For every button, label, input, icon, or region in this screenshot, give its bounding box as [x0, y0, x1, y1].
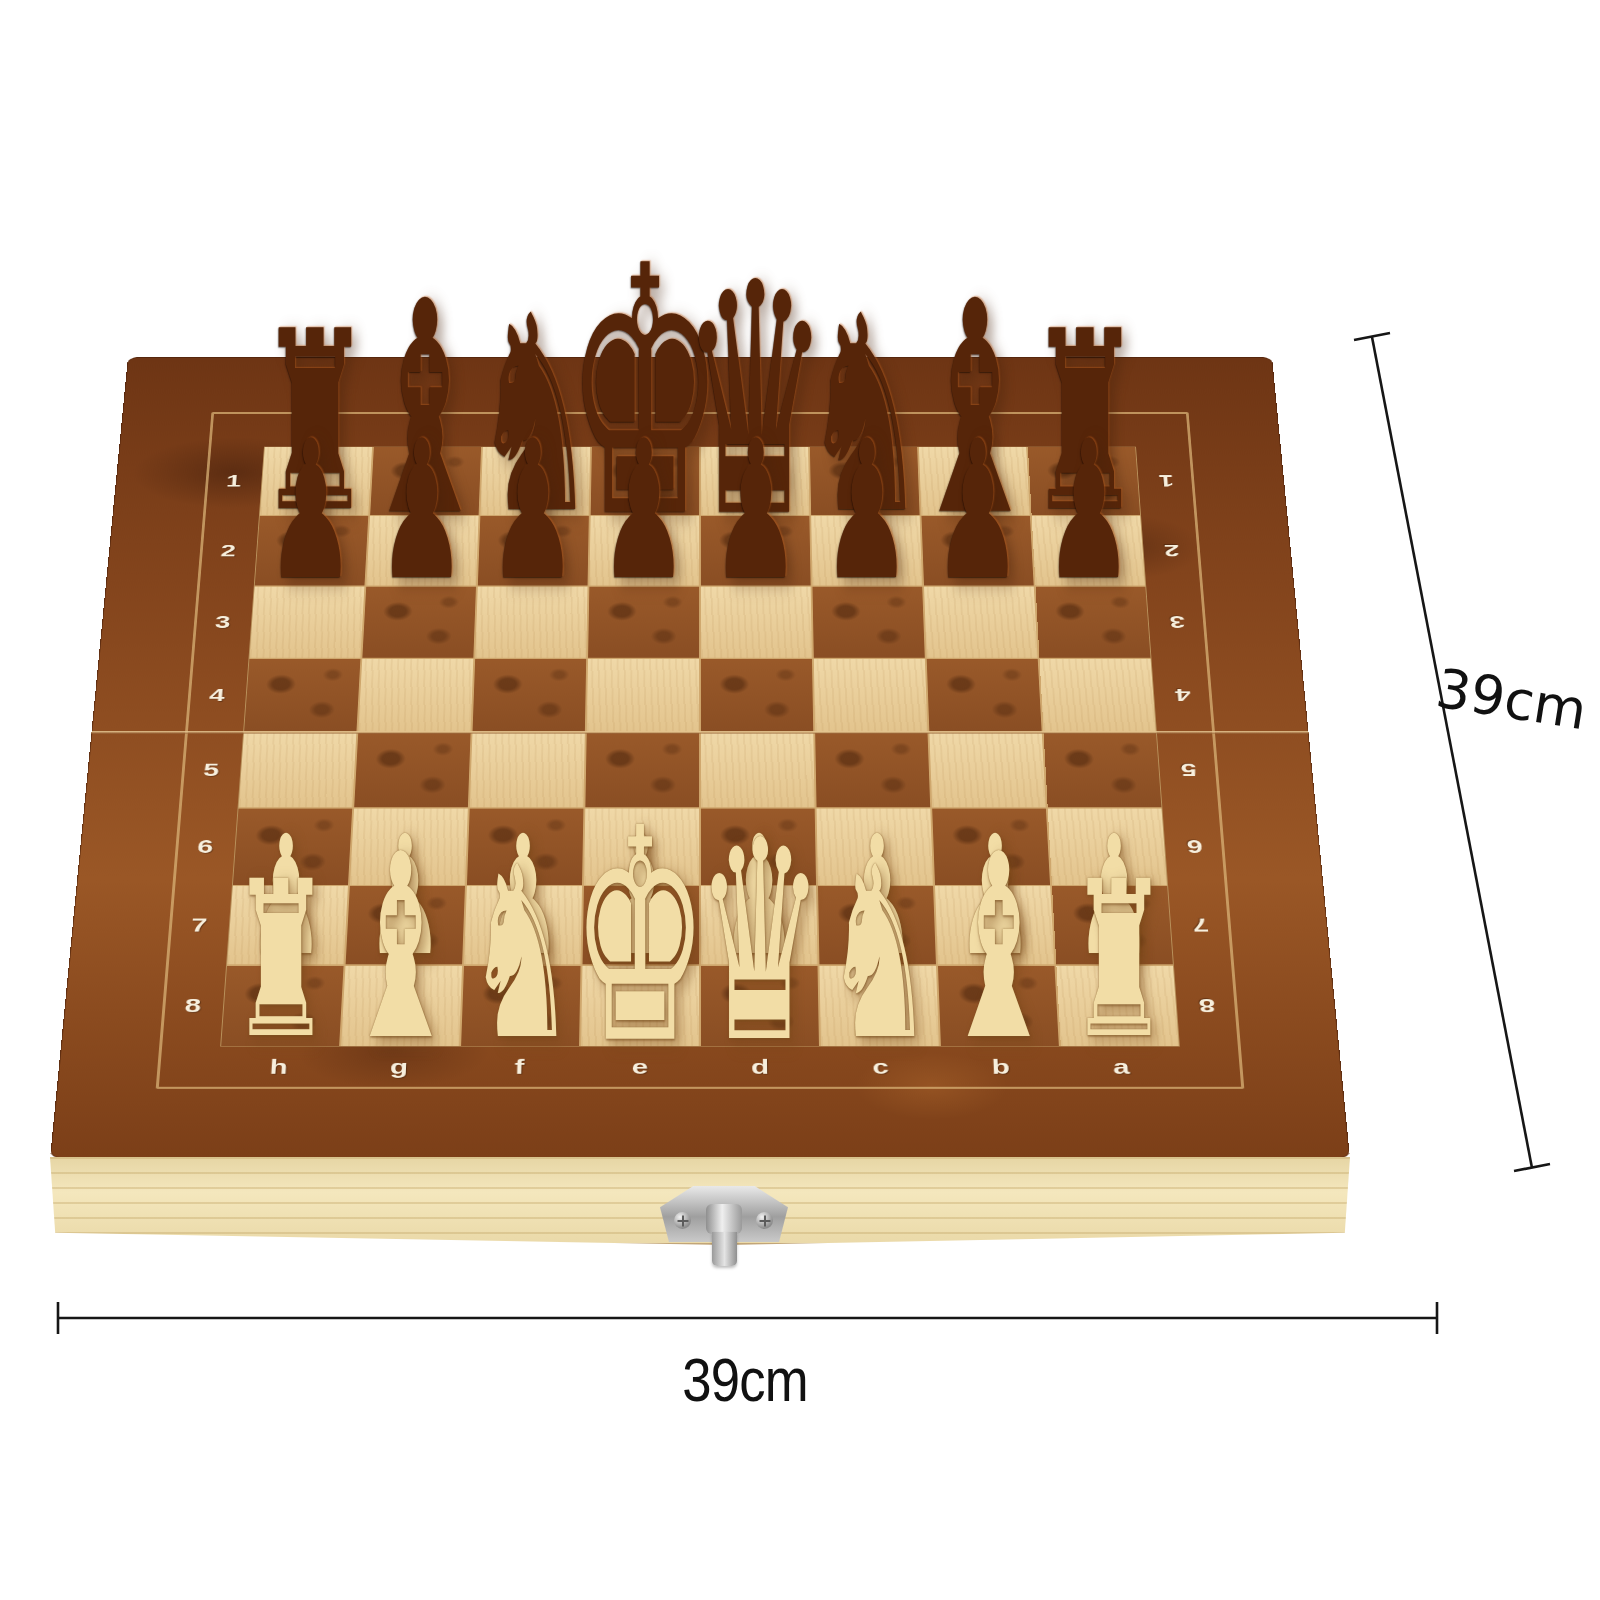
- square-d5: [701, 733, 815, 807]
- checkerboard-grid: [220, 447, 1180, 1047]
- height-dimension-label: 39cm: [1432, 657, 1591, 743]
- square-d4: [701, 659, 813, 732]
- square-a6: [1048, 809, 1167, 885]
- square-c7: [818, 886, 936, 964]
- square-e4: [587, 659, 699, 732]
- square-e7: [583, 886, 700, 964]
- square-e3: [588, 587, 699, 658]
- square-g8: [341, 966, 462, 1046]
- square-e6: [584, 809, 699, 885]
- file-label-g: g: [338, 1047, 460, 1088]
- square-c3: [812, 587, 924, 658]
- product-photo-stage: 1122334455667788hgfedcba ♜♝♞♚♛♞♝♜♟♟♟♟♟♟♟…: [0, 0, 1600, 1600]
- square-e8: [581, 966, 699, 1046]
- square-c8: [819, 966, 938, 1046]
- square-e1: [591, 447, 699, 515]
- screw-icon: [674, 1212, 691, 1229]
- chess-board: 1122334455667788hgfedcba: [50, 357, 1350, 1158]
- rank-label-8: 8: [159, 965, 226, 1047]
- latch-knob: [706, 1204, 742, 1234]
- rank-label-4-mirrored: 4: [1151, 658, 1214, 732]
- square-c2: [811, 516, 922, 585]
- width-dimension-label: 39cm: [112, 1344, 1379, 1415]
- square-b1: [919, 447, 1030, 515]
- square-c6: [817, 809, 933, 885]
- rank-label-1: 1: [203, 447, 264, 516]
- square-g4: [358, 659, 473, 732]
- square-h1: [260, 447, 372, 515]
- square-a3: [1036, 587, 1151, 658]
- latch-tongue: [712, 1232, 737, 1266]
- square-c5: [815, 733, 930, 807]
- file-label-c: c: [820, 1047, 941, 1088]
- square-e2: [589, 516, 699, 585]
- square-a5: [1044, 733, 1162, 807]
- square-f7: [464, 886, 582, 964]
- square-f5: [470, 733, 585, 807]
- square-f1: [480, 447, 590, 515]
- square-e5: [585, 733, 699, 807]
- square-d1: [701, 447, 809, 515]
- rank-label-8-mirrored: 8: [1174, 965, 1241, 1047]
- rank-label-5: 5: [179, 732, 243, 808]
- square-h4: [244, 659, 360, 732]
- file-label-d: d: [700, 1047, 821, 1088]
- rank-label-5-mirrored: 5: [1157, 732, 1221, 808]
- square-d6: [701, 809, 816, 885]
- board-fold-seam: [91, 731, 1308, 734]
- rank-label-6: 6: [172, 808, 237, 886]
- rank-label-7-mirrored: 7: [1168, 886, 1234, 966]
- square-d2: [701, 516, 811, 585]
- rank-label-7: 7: [166, 886, 232, 966]
- board-surface: 1122334455667788hgfedcba: [50, 357, 1350, 1158]
- square-a2: [1032, 516, 1146, 585]
- height-dimension-line: [1354, 333, 1550, 1171]
- square-f8: [461, 966, 580, 1046]
- square-b3: [924, 587, 1038, 658]
- square-a8: [1056, 966, 1178, 1046]
- square-g1: [370, 447, 481, 515]
- rank-label-2: 2: [197, 516, 259, 587]
- square-b4: [927, 659, 1042, 732]
- square-h5: [239, 733, 357, 807]
- square-b5: [929, 733, 1045, 807]
- square-f2: [478, 516, 589, 585]
- square-g2: [366, 516, 478, 585]
- square-b8: [938, 966, 1059, 1046]
- square-a7: [1052, 886, 1173, 964]
- square-h8: [221, 966, 343, 1046]
- latch-clasp: [660, 1186, 788, 1270]
- square-h3: [249, 587, 364, 658]
- square-f6: [467, 809, 583, 885]
- rank-label-3-mirrored: 3: [1146, 586, 1209, 658]
- rank-label-3: 3: [191, 586, 254, 658]
- square-h6: [233, 809, 352, 885]
- square-h2: [255, 516, 369, 585]
- square-a1: [1028, 447, 1140, 515]
- square-d7: [701, 886, 818, 964]
- rank-label-6-mirrored: 6: [1162, 808, 1227, 886]
- rank-label-4: 4: [185, 658, 248, 732]
- file-label-a: a: [1060, 1047, 1183, 1088]
- square-d3: [701, 587, 812, 658]
- square-g5: [354, 733, 470, 807]
- square-b2: [921, 516, 1033, 585]
- square-g6: [350, 809, 468, 885]
- square-a4: [1040, 659, 1156, 732]
- square-g3: [362, 587, 476, 658]
- screw-icon: [756, 1212, 773, 1229]
- rank-label-2-mirrored: 2: [1141, 516, 1203, 587]
- square-f3: [475, 587, 587, 658]
- width-dimension-line: [58, 1302, 1437, 1334]
- square-g7: [346, 886, 465, 964]
- file-label-h: h: [217, 1047, 340, 1088]
- square-b7: [935, 886, 1054, 964]
- file-label-b: b: [940, 1047, 1062, 1088]
- file-label-e: e: [579, 1047, 700, 1088]
- square-f4: [473, 659, 587, 732]
- square-c4: [814, 659, 928, 732]
- file-label-f: f: [459, 1047, 580, 1088]
- square-b6: [932, 809, 1050, 885]
- square-d8: [701, 966, 819, 1046]
- rank-label-1-mirrored: 1: [1136, 447, 1197, 516]
- square-c1: [810, 447, 920, 515]
- square-h7: [227, 886, 348, 964]
